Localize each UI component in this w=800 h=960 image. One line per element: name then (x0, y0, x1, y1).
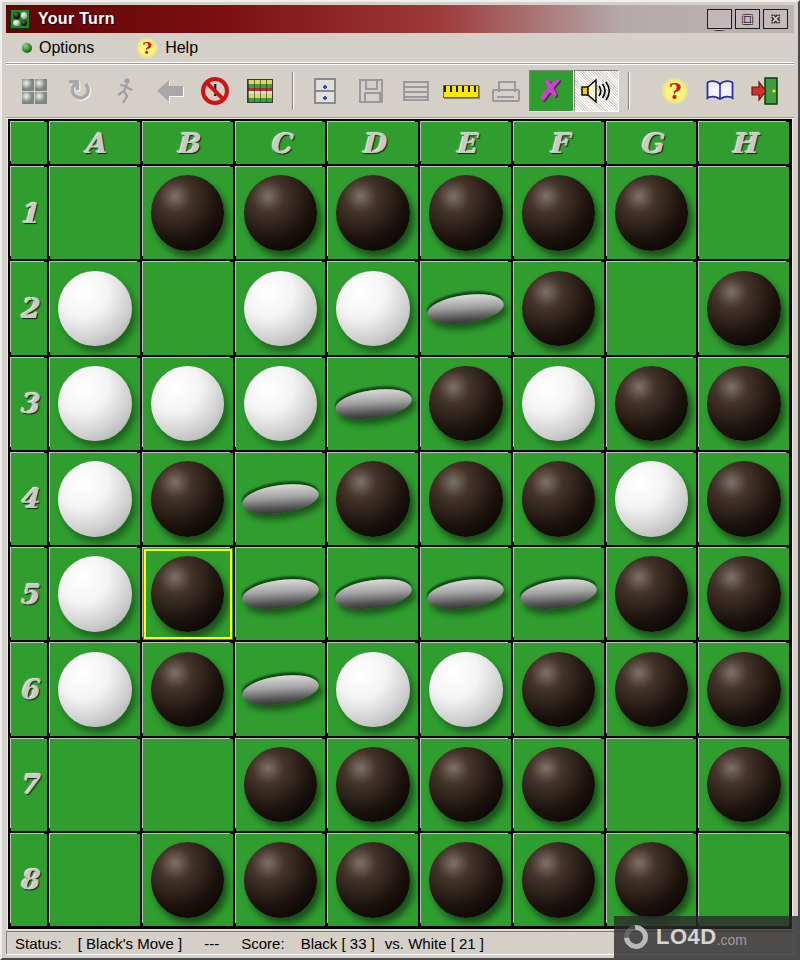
flipping-disc (426, 289, 506, 327)
left-arrow-icon (169, 86, 183, 96)
white-disc (336, 271, 410, 347)
flipping-disc (240, 670, 320, 708)
move-list-button[interactable] (393, 70, 438, 112)
printer-icon (492, 89, 520, 102)
circular-arrow-icon: ↻ (67, 76, 92, 106)
flipping-disc (518, 575, 598, 613)
lo4d-watermark: LO4D .com (614, 916, 798, 958)
column-label-C: C (236, 122, 326, 164)
ruler-icon (443, 85, 479, 98)
flipping-disc (240, 575, 320, 613)
flipping-disc (426, 575, 506, 613)
exit-door-icon (750, 76, 780, 106)
cell-E5[interactable] (421, 548, 511, 640)
cell-C1[interactable] (236, 167, 326, 259)
menu-options[interactable]: Options (14, 36, 102, 60)
white-disc (58, 556, 132, 632)
black-disc (151, 842, 225, 918)
cell-E1[interactable] (421, 167, 511, 259)
black-disc (522, 461, 596, 537)
lined-panel-icon (403, 81, 429, 101)
show-moves-toggle[interactable]: ✗ (529, 70, 574, 112)
cell-D3[interactable] (328, 358, 418, 450)
print-button[interactable] (483, 70, 528, 112)
white-disc (58, 271, 132, 347)
black-disc (615, 366, 689, 442)
cell-B8[interactable] (143, 834, 233, 926)
cell-F2[interactable] (514, 262, 604, 354)
black-disc (151, 461, 225, 537)
cell-G3[interactable] (607, 358, 697, 450)
white-disc (615, 461, 689, 537)
cell-A3[interactable] (50, 358, 140, 450)
black-disc (707, 461, 781, 537)
row-label-6: 6 (11, 643, 47, 735)
cell-H2[interactable] (699, 262, 789, 354)
cell-F8[interactable] (514, 834, 604, 926)
column-label-A: A (50, 122, 140, 164)
black-disc (522, 842, 596, 918)
cell-B7[interactable] (143, 739, 233, 831)
cell-B2[interactable] (143, 262, 233, 354)
toolbar: ↻ (6, 63, 794, 119)
cell-C4[interactable] (236, 453, 326, 545)
white-disc (336, 652, 410, 728)
black-disc (615, 652, 689, 728)
black-disc (244, 747, 318, 823)
othello-board: ABCDEFGH12345678 (10, 121, 790, 927)
cell-H1[interactable] (699, 167, 789, 259)
white-score: vs. White [ 21 ] (385, 935, 484, 952)
row-label-5: 5 (11, 548, 47, 640)
flipping-disc (333, 385, 413, 423)
black-disc (615, 556, 689, 632)
cell-E6[interactable] (421, 643, 511, 735)
black-disc (336, 461, 410, 537)
cell-F1[interactable] (514, 167, 604, 259)
black-disc (707, 271, 781, 347)
window-title: Your Turn (38, 10, 115, 28)
cell-A7[interactable] (50, 739, 140, 831)
black-disc (429, 747, 503, 823)
drawer-icon (314, 78, 336, 104)
cell-E4[interactable] (421, 453, 511, 545)
score-label: Score: (241, 935, 284, 952)
open-book-icon (704, 78, 736, 104)
column-label-B: B (143, 122, 233, 164)
black-disc (429, 175, 503, 251)
watermark-tld: .com (717, 932, 747, 948)
restart-button[interactable]: ↻ (57, 70, 102, 112)
cell-F3[interactable] (514, 358, 604, 450)
question-mark-glow-icon: ? (661, 77, 689, 105)
black-disc (615, 842, 689, 918)
cell-A8[interactable] (50, 834, 140, 926)
cell-A5[interactable] (50, 548, 140, 640)
cell-G7[interactable] (607, 739, 697, 831)
cell-C8[interactable] (236, 834, 326, 926)
row-label-8: 8 (11, 834, 47, 926)
cell-H8[interactable] (699, 834, 789, 926)
black-score: Black [ 33 ] (301, 935, 375, 952)
cell-D7[interactable] (328, 739, 418, 831)
cell-B6[interactable] (143, 643, 233, 735)
cell-C6[interactable] (236, 643, 326, 735)
row-label-4: 4 (11, 453, 47, 545)
status-divider: --- (204, 935, 219, 952)
black-disc (429, 461, 503, 537)
cell-E2[interactable] (421, 262, 511, 354)
about-button[interactable]: ? (653, 70, 698, 112)
undo-button[interactable] (147, 70, 192, 112)
help-contents-button[interactable] (698, 70, 743, 112)
close-button[interactable]: × (763, 9, 788, 29)
row-label-7: 7 (11, 739, 47, 831)
cell-A4[interactable] (50, 453, 140, 545)
status-turn: [ Black's Move ] (78, 935, 183, 952)
white-disc (244, 366, 318, 442)
runner-icon (114, 77, 136, 105)
lo4d-logo-icon (619, 920, 653, 954)
cell-F6[interactable] (514, 643, 604, 735)
black-disc (707, 747, 781, 823)
cell-G5[interactable] (607, 548, 697, 640)
black-disc (336, 175, 410, 251)
exit-button[interactable] (743, 70, 788, 112)
column-label-F: F (514, 122, 604, 164)
floppy-disk-icon (359, 79, 383, 103)
column-label-D: D (328, 122, 418, 164)
cell-A1[interactable] (50, 167, 140, 259)
menu-help-label: Help (165, 39, 198, 57)
cell-D8[interactable] (328, 834, 418, 926)
title-bar[interactable]: Your Turn _ □ × (6, 5, 794, 33)
black-disc (244, 175, 318, 251)
flipping-disc (240, 480, 320, 518)
cell-G6[interactable] (607, 643, 697, 735)
white-disc (58, 366, 132, 442)
cell-F5[interactable] (514, 548, 604, 640)
position-table-button[interactable] (238, 70, 283, 112)
cell-H6[interactable] (699, 643, 789, 735)
cell-H7[interactable] (699, 739, 789, 831)
question-mark-icon: ? (136, 37, 158, 59)
black-disc (707, 652, 781, 728)
cell-E8[interactable] (421, 834, 511, 926)
column-label-E: E (421, 122, 511, 164)
white-disc (151, 366, 225, 442)
cell-B3[interactable] (143, 358, 233, 450)
white-disc (58, 461, 132, 537)
white-disc (244, 271, 318, 347)
cell-D4[interactable] (328, 453, 418, 545)
cell-D2[interactable] (328, 262, 418, 354)
black-disc (336, 842, 410, 918)
cell-A6[interactable] (50, 643, 140, 735)
maximize-button[interactable]: □ (735, 9, 760, 29)
cell-D1[interactable] (328, 167, 418, 259)
cell-B4[interactable] (143, 453, 233, 545)
new-game-button[interactable] (12, 70, 57, 112)
row-label-3: 3 (11, 358, 47, 450)
black-disc (151, 652, 225, 728)
black-disc (522, 747, 596, 823)
cell-G2[interactable] (607, 262, 697, 354)
white-disc (58, 652, 132, 728)
black-disc (522, 175, 596, 251)
cell-G1[interactable] (607, 167, 697, 259)
black-disc (244, 842, 318, 918)
cell-F4[interactable] (514, 453, 604, 545)
cell-C5[interactable] (236, 548, 326, 640)
cell-G4[interactable] (607, 453, 697, 545)
cell-C7[interactable] (236, 739, 326, 831)
white-disc (522, 366, 596, 442)
measure-button[interactable] (438, 70, 483, 112)
flipping-disc (333, 575, 413, 613)
board-frame: ABCDEFGH12345678 (8, 119, 792, 929)
cell-D6[interactable] (328, 643, 418, 735)
speaker-icon (580, 77, 612, 105)
colored-grid-icon (247, 79, 273, 103)
toolbar-separator (628, 72, 630, 110)
cell-H4[interactable] (699, 453, 789, 545)
cell-E3[interactable] (421, 358, 511, 450)
watermark-name: LO4D (656, 924, 717, 950)
black-disc (151, 175, 225, 251)
cell-G8[interactable] (607, 834, 697, 926)
black-disc (707, 366, 781, 442)
minimize-button[interactable]: _ (707, 9, 732, 29)
cell-C3[interactable] (236, 358, 326, 450)
magenta-x-icon: ✗ (538, 77, 564, 105)
status-label: Status: (15, 935, 62, 952)
app-window: Your Turn _ □ × Options ? Help ↻ (0, 0, 800, 960)
cell-H5[interactable] (699, 548, 789, 640)
runner-button[interactable] (102, 70, 147, 112)
cell-A2[interactable] (50, 262, 140, 354)
menu-options-label: Options (39, 39, 94, 57)
cell-D5[interactable] (328, 548, 418, 640)
menu-help[interactable]: ? Help (128, 34, 206, 62)
cell-H3[interactable] (699, 358, 789, 450)
save-button[interactable] (348, 70, 393, 112)
black-disc (707, 556, 781, 632)
column-label-H: H (699, 122, 789, 164)
white-disc (429, 652, 503, 728)
cell-B5[interactable] (143, 548, 233, 640)
stop-hints-button[interactable] (193, 70, 238, 112)
black-disc (615, 175, 689, 251)
cell-E7[interactable] (421, 739, 511, 831)
app-icon (10, 9, 30, 29)
black-disc (429, 366, 503, 442)
column-label-G: G (607, 122, 697, 164)
black-disc (522, 652, 596, 728)
toolbar-separator (292, 72, 294, 110)
cell-F7[interactable] (514, 739, 604, 831)
row-label-1: 1 (11, 167, 47, 259)
board-corner (11, 122, 47, 164)
black-disc (336, 747, 410, 823)
cell-C2[interactable] (236, 262, 326, 354)
black-disc (522, 271, 596, 347)
no-exclamation-icon (201, 77, 229, 105)
cell-B1[interactable] (143, 167, 233, 259)
black-disc (429, 842, 503, 918)
menu-bar: Options ? Help (6, 33, 794, 63)
green-ball-icon (22, 43, 32, 53)
four-balls-icon (22, 79, 47, 104)
black-disc (151, 556, 225, 632)
sound-toggle[interactable] (574, 70, 619, 112)
open-button[interactable] (303, 70, 348, 112)
row-label-2: 2 (11, 262, 47, 354)
